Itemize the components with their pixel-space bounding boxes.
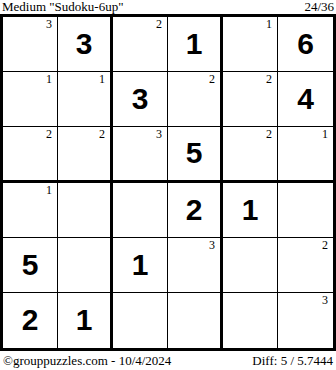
corner-mark: 2 [209,73,215,85]
cell-r4c2[interactable] [58,183,113,238]
corner-mark: 3 [209,239,215,251]
given-digit: 1 [76,305,93,335]
cell-r1c3[interactable]: 2 [113,17,168,72]
corner-mark: 3 [46,18,52,30]
cell-r2c1[interactable]: 1 [3,72,58,127]
given-digit: 4 [297,84,314,114]
cell-r2c5[interactable]: 2 [223,72,278,127]
corner-mark: 2 [99,128,105,140]
cell-r1c2[interactable]: 3 [58,17,113,72]
given-digit: 2 [186,195,203,225]
cell-r3c2[interactable]: 2 [58,127,113,182]
header: Medium "Sudoku-6up" 24/36 [2,0,334,13]
cell-r5c3[interactable]: 1 [113,238,168,293]
puzzle-title: Medium "Sudoku-6up" [2,0,123,13]
cell-r1c5[interactable]: 1 [223,17,278,72]
cell-r5c2[interactable] [58,238,113,293]
puzzle-counter: 24/36 [304,0,334,13]
cell-r4c1[interactable]: 1 [3,183,58,238]
cell-r4c5[interactable]: 1 [223,183,278,238]
cell-r2c2[interactable]: 1 [58,72,113,127]
given-digit: 1 [186,29,203,59]
cell-r4c3[interactable] [113,183,168,238]
cell-r1c6[interactable]: 6 [278,17,333,72]
cell-r6c2[interactable]: 1 [58,293,113,348]
footer: ©grouppuzzles.com - 10/4/2024 Diff: 5 / … [3,354,333,369]
footer-difficulty: Diff: 5 / 5.7444 [252,354,333,368]
given-digit: 1 [242,195,259,225]
corner-mark: 1 [322,128,328,140]
corner-mark: 2 [156,18,162,30]
cell-r2c3[interactable]: 3 [113,72,168,127]
corner-mark: 2 [266,128,272,140]
corner-mark: 2 [46,128,52,140]
puzzle-page: Medium "Sudoku-6up" 24/36 33211611322422… [0,0,336,370]
cell-r3c6[interactable]: 1 [278,127,333,182]
cell-r3c1[interactable]: 2 [3,127,58,182]
cell-r6c4[interactable] [168,293,223,348]
corner-mark: 1 [46,73,52,85]
given-digit: 6 [297,29,314,59]
cell-r4c6[interactable] [278,183,333,238]
corner-mark: 3 [156,128,162,140]
given-digit: 5 [186,138,203,168]
cell-r2c4[interactable]: 2 [168,72,223,127]
cell-r4c4[interactable]: 2 [168,183,223,238]
given-digit: 1 [132,250,149,280]
sudoku-board: 3321161132242235211215132213 [0,14,336,351]
corner-mark: 1 [99,73,105,85]
given-digit: 2 [22,305,39,335]
cell-r6c6[interactable]: 3 [278,293,333,348]
corner-mark: 2 [322,239,328,251]
cell-r3c3[interactable]: 3 [113,127,168,182]
corner-mark: 1 [266,18,272,30]
given-digit: 3 [76,29,93,59]
given-digit: 5 [22,250,39,280]
cell-r6c3[interactable] [113,293,168,348]
cell-r5c1[interactable]: 5 [3,238,58,293]
cell-r5c5[interactable] [223,238,278,293]
cell-r5c6[interactable]: 2 [278,238,333,293]
corner-mark: 2 [266,73,272,85]
cell-r3c5[interactable]: 2 [223,127,278,182]
given-digit: 3 [132,84,149,114]
cell-r3c4[interactable]: 5 [168,127,223,182]
corner-mark: 3 [322,294,328,306]
corner-mark: 1 [46,184,52,196]
cell-r5c4[interactable]: 3 [168,238,223,293]
footer-copyright: ©grouppuzzles.com - 10/4/2024 [3,354,171,368]
cell-r1c4[interactable]: 1 [168,17,223,72]
cell-r1c1[interactable]: 3 [3,17,58,72]
cell-r6c5[interactable] [223,293,278,348]
cell-r6c1[interactable]: 2 [3,293,58,348]
cell-r2c6[interactable]: 4 [278,72,333,127]
